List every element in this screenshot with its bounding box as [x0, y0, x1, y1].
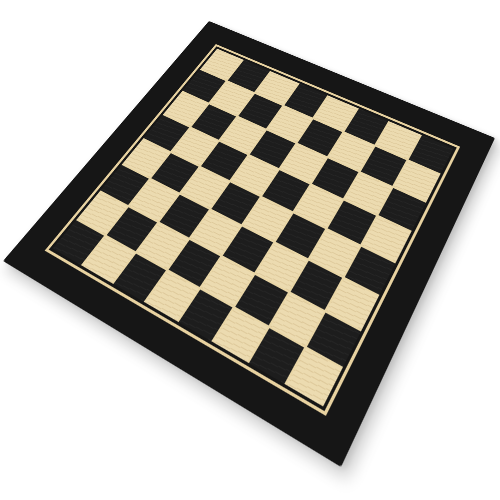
chess-board [3, 21, 495, 467]
board-playing-field [53, 49, 454, 407]
product-photo-background [0, 0, 500, 500]
